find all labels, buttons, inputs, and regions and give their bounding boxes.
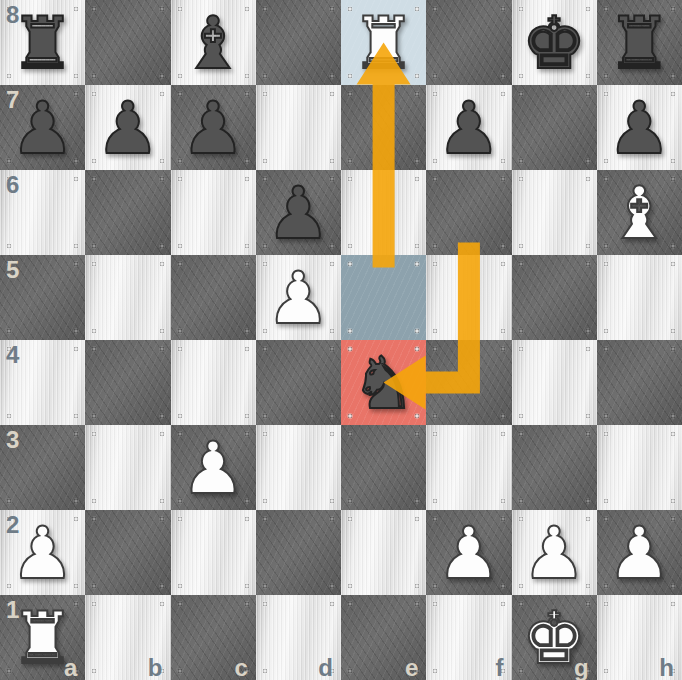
piece-black-pawn[interactable]: ♟ [437,92,502,164]
square-d1[interactable]: d [256,595,341,680]
square-e6[interactable] [341,170,426,255]
square-c4[interactable] [171,340,256,425]
rank-label-3: 3 [6,426,19,454]
square-g8[interactable]: ♚ [512,0,597,85]
piece-white-bishop[interactable]: ♝ [607,177,672,249]
square-d4[interactable] [256,340,341,425]
square-d8[interactable] [256,0,341,85]
file-label-e: e [405,654,418,680]
rank-label-1: 1 [6,596,19,624]
square-c6[interactable] [171,170,256,255]
piece-black-pawn[interactable]: ♟ [607,92,672,164]
chess-board: 8♜♝♜♚♜7♟♟♟♟♟6♟♝5♟4♞3♟2♟♟♟♟1a♜bcdefg♚h [0,0,682,680]
square-f5[interactable] [426,255,511,340]
square-b6[interactable] [85,170,170,255]
square-g2[interactable]: ♟ [512,510,597,595]
square-b4[interactable] [85,340,170,425]
square-a6[interactable]: 6 [0,170,85,255]
file-label-b: b [148,654,163,680]
square-h3[interactable] [597,425,682,510]
square-h8[interactable]: ♜ [597,0,682,85]
file-label-c: c [234,654,247,680]
piece-black-bishop[interactable]: ♝ [181,7,246,79]
file-label-d: d [318,654,333,680]
square-g4[interactable] [512,340,597,425]
square-d5[interactable]: ♟ [256,255,341,340]
square-d2[interactable] [256,510,341,595]
square-a4[interactable]: 4 [0,340,85,425]
piece-black-pawn[interactable]: ♟ [10,92,75,164]
square-e4[interactable]: ♞ [341,340,426,425]
square-a8[interactable]: 8♜ [0,0,85,85]
piece-white-rook[interactable]: ♜ [351,7,416,79]
square-g3[interactable] [512,425,597,510]
square-f4[interactable] [426,340,511,425]
square-b8[interactable] [85,0,170,85]
square-e3[interactable] [341,425,426,510]
square-e8[interactable]: ♜ [341,0,426,85]
square-b5[interactable] [85,255,170,340]
file-label-a: a [64,654,77,680]
square-d7[interactable] [256,85,341,170]
piece-black-knight[interactable]: ♞ [351,347,416,419]
square-b3[interactable] [85,425,170,510]
square-f2[interactable]: ♟ [426,510,511,595]
piece-black-pawn[interactable]: ♟ [96,92,161,164]
square-c1[interactable]: c [171,595,256,680]
square-e7[interactable] [341,85,426,170]
square-f7[interactable]: ♟ [426,85,511,170]
square-a2[interactable]: 2♟ [0,510,85,595]
square-c7[interactable]: ♟ [171,85,256,170]
square-c2[interactable] [171,510,256,595]
piece-black-pawn[interactable]: ♟ [266,177,331,249]
file-label-h: h [659,654,674,680]
rank-label-8: 8 [6,1,19,29]
square-g1[interactable]: g♚ [512,595,597,680]
square-e2[interactable] [341,510,426,595]
square-a5[interactable]: 5 [0,255,85,340]
square-h5[interactable] [597,255,682,340]
file-label-f: f [496,654,504,680]
piece-white-pawn[interactable]: ♟ [522,517,587,589]
piece-white-pawn[interactable]: ♟ [10,517,75,589]
square-h7[interactable]: ♟ [597,85,682,170]
square-f6[interactable] [426,170,511,255]
square-e1[interactable]: e [341,595,426,680]
file-label-g: g [574,654,589,680]
square-g6[interactable] [512,170,597,255]
square-f8[interactable] [426,0,511,85]
square-d6[interactable]: ♟ [256,170,341,255]
square-c3[interactable]: ♟ [171,425,256,510]
piece-white-pawn[interactable]: ♟ [266,262,331,334]
rank-label-6: 6 [6,171,19,199]
piece-black-pawn[interactable]: ♟ [181,92,246,164]
rank-label-5: 5 [6,256,19,284]
square-f1[interactable]: f [426,595,511,680]
square-f3[interactable] [426,425,511,510]
square-h6[interactable]: ♝ [597,170,682,255]
rank-label-7: 7 [6,86,19,114]
square-c8[interactable]: ♝ [171,0,256,85]
square-c5[interactable] [171,255,256,340]
piece-white-pawn[interactable]: ♟ [181,432,246,504]
piece-black-rook[interactable]: ♜ [10,7,75,79]
piece-white-pawn[interactable]: ♟ [437,517,502,589]
piece-black-king[interactable]: ♚ [522,7,587,79]
square-h2[interactable]: ♟ [597,510,682,595]
square-a1[interactable]: 1a♜ [0,595,85,680]
square-a7[interactable]: 7♟ [0,85,85,170]
square-b7[interactable]: ♟ [85,85,170,170]
chess-app: 8♜♝♜♚♜7♟♟♟♟♟6♟♝5♟4♞3♟2♟♟♟♟1a♜bcdefg♚h [0,0,682,680]
square-d3[interactable] [256,425,341,510]
square-a3[interactable]: 3 [0,425,85,510]
square-e5[interactable] [341,255,426,340]
square-h4[interactable] [597,340,682,425]
square-g5[interactable] [512,255,597,340]
square-g7[interactable] [512,85,597,170]
square-b1[interactable]: b [85,595,170,680]
piece-black-rook[interactable]: ♜ [607,7,672,79]
square-h1[interactable]: h [597,595,682,680]
rank-label-2: 2 [6,511,19,539]
rank-label-4: 4 [6,341,19,369]
square-b2[interactable] [85,510,170,595]
piece-white-pawn[interactable]: ♟ [607,517,672,589]
